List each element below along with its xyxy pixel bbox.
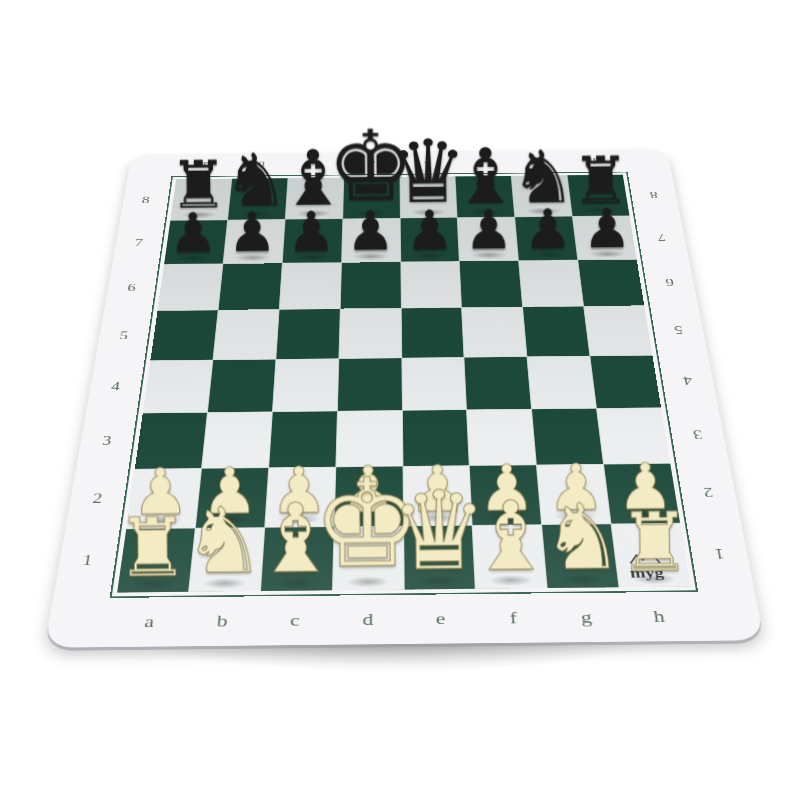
- square-b7[interactable]: ♟: [223, 220, 284, 264]
- piece-white-rook[interactable]: ♜: [116, 506, 190, 588]
- piece-white-rook[interactable]: ♜: [617, 501, 691, 583]
- file-label-rotated-f: f: [454, 151, 511, 174]
- piece-shadow: [544, 508, 607, 524]
- file-label-rotated-a: a: [177, 154, 235, 177]
- file-label-rotated-c: c: [288, 152, 344, 175]
- piece-shadow: [231, 209, 283, 220]
- square-h6[interactable]: [578, 260, 644, 306]
- square-a4[interactable]: [143, 360, 212, 413]
- square-f4[interactable]: [465, 357, 532, 410]
- file-label-g: g: [548, 593, 626, 643]
- square-b6[interactable]: [218, 263, 281, 310]
- piece-shadow: [264, 574, 329, 591]
- rank-label-rotated-6: 6: [642, 259, 698, 306]
- square-e8[interactable]: ♛: [400, 176, 457, 217]
- square-a2[interactable]: ♟: [126, 469, 201, 529]
- rank-label-rotated-8: 8: [628, 174, 680, 216]
- square-e6[interactable]: [401, 262, 462, 309]
- square-f1[interactable]: ♝: [473, 525, 547, 589]
- square-e1[interactable]: ♛: [404, 526, 475, 590]
- file-labels-top: abcdefgh: [177, 149, 623, 176]
- piece-white-pawn[interactable]: ♟: [408, 457, 466, 521]
- file-label-b: b: [183, 596, 260, 646]
- piece-shadow: [346, 208, 397, 219]
- piece-white-pawn[interactable]: ♟: [132, 460, 190, 524]
- file-label-d: d: [331, 595, 405, 645]
- square-a3[interactable]: [135, 413, 207, 469]
- square-b3[interactable]: [202, 412, 272, 468]
- square-g2[interactable]: ♟: [537, 464, 611, 524]
- piece-shadow: [460, 206, 512, 217]
- piece-white-knight[interactable]: ♞: [183, 495, 266, 587]
- file-label-rotated-g: g: [509, 150, 567, 173]
- square-c5[interactable]: [276, 309, 339, 358]
- piece-shadow: [580, 248, 634, 260]
- piece-shadow: [574, 205, 627, 216]
- square-d7[interactable]: ♟: [342, 218, 400, 262]
- rank-label-7: 7: [112, 221, 165, 265]
- square-g6[interactable]: [519, 260, 583, 306]
- square-c6[interactable]: [279, 263, 340, 310]
- square-g7[interactable]: ♟: [515, 217, 577, 261]
- file-label-rotated-h: h: [564, 149, 622, 172]
- file-label-rotated-e: e: [399, 151, 455, 174]
- rank-labels-left: 87654321: [54, 179, 171, 593]
- logo-text: myg: [629, 565, 665, 581]
- file-label-h: h: [619, 592, 699, 642]
- piece-shadow: [130, 513, 194, 529]
- piece-shadow: [344, 251, 397, 263]
- piece-shadow: [407, 510, 469, 526]
- square-d1[interactable]: ♚: [333, 526, 404, 590]
- board-frame: ♜♞♝♚♛♝♞♜♟♟♟♟♟♟♟♟♟♟♟♟♟♟♟♟♜♞♝♚♛♝♞♜myg: [110, 172, 699, 598]
- square-h3[interactable]: [597, 408, 670, 464]
- rank-label-2: 2: [65, 469, 128, 529]
- square-d2[interactable]: ♟: [334, 466, 402, 526]
- rank-label-6: 6: [104, 265, 159, 312]
- product-photo-background: 87654321 87654321 abcdefgh abcdefgh ♜♞♝♚…: [0, 0, 800, 800]
- piece-shadow: [288, 208, 340, 219]
- square-b4[interactable]: [208, 359, 275, 412]
- piece-shadow: [338, 510, 400, 526]
- piece-white-king[interactable]: ♚: [312, 463, 423, 586]
- square-g4[interactable]: [528, 356, 597, 408]
- square-c4[interactable]: [273, 359, 338, 412]
- piece-black-bishop[interactable]: ♝: [279, 140, 348, 217]
- piece-white-pawn[interactable]: ♟: [478, 456, 536, 520]
- piece-shadow: [407, 573, 471, 590]
- square-d5[interactable]: [339, 309, 401, 358]
- square-e2[interactable]: ♟: [403, 466, 472, 526]
- piece-shadow: [167, 253, 221, 265]
- piece-black-pawn[interactable]: ♟: [287, 205, 336, 260]
- square-a7[interactable]: ♟: [164, 220, 227, 264]
- piece-shadow: [475, 509, 538, 525]
- square-f3[interactable]: [467, 409, 536, 465]
- file-label-a: a: [109, 597, 188, 647]
- square-c2[interactable]: ♟: [265, 467, 335, 527]
- rank-label-rotated-2: 2: [677, 463, 741, 523]
- square-d6[interactable]: [340, 262, 400, 309]
- square-e4[interactable]: [402, 357, 467, 410]
- piece-black-pawn[interactable]: ♟: [169, 206, 218, 261]
- square-b8[interactable]: ♞: [228, 178, 287, 220]
- piece-white-knight[interactable]: ♞: [541, 492, 624, 584]
- piece-shadow: [403, 250, 456, 262]
- piece-shadow: [285, 251, 338, 263]
- square-g1[interactable]: ♞: [542, 524, 618, 588]
- square-d8[interactable]: ♚: [343, 177, 400, 218]
- square-b1[interactable]: ♞: [189, 528, 264, 592]
- piece-shadow: [613, 508, 677, 524]
- rank-label-5: 5: [95, 311, 152, 361]
- piece-shadow: [621, 570, 687, 587]
- piece-black-pawn[interactable]: ♟: [523, 203, 572, 258]
- square-e5[interactable]: [401, 308, 464, 357]
- board-logo: myg: [619, 548, 674, 581]
- piece-shadow: [517, 206, 569, 217]
- rank-label-4: 4: [86, 360, 145, 413]
- square-b5[interactable]: [213, 310, 278, 359]
- piece-white-pawn[interactable]: ♟: [201, 459, 259, 523]
- square-a5[interactable]: [150, 311, 217, 360]
- rank-label-3: 3: [76, 413, 137, 470]
- piece-shadow: [121, 576, 187, 593]
- piece-shadow: [403, 207, 454, 218]
- piece-shadow: [192, 575, 257, 592]
- piece-black-pawn[interactable]: ♟: [405, 204, 454, 259]
- file-labels-bottom: abcdefgh: [109, 592, 699, 647]
- square-e3[interactable]: [402, 410, 469, 466]
- square-c7[interactable]: ♟: [282, 219, 342, 263]
- file-label-c: c: [257, 596, 332, 646]
- square-c1[interactable]: ♝: [261, 527, 334, 591]
- square-g3[interactable]: [532, 408, 603, 464]
- piece-white-pawn[interactable]: ♟: [616, 455, 674, 519]
- piece-shadow: [226, 252, 280, 264]
- square-f8[interactable]: ♝: [456, 176, 515, 217]
- logo-crown-sketch-icon: [625, 548, 664, 564]
- piece-white-pawn[interactable]: ♟: [339, 458, 397, 522]
- rank-label-rotated-4: 4: [658, 354, 718, 407]
- rollup-chess-mat: 87654321 87654321 abcdefgh abcdefgh ♜♞♝♚…: [44, 149, 764, 648]
- square-h8[interactable]: ♜: [568, 175, 630, 216]
- rank-label-rotated-3: 3: [667, 407, 729, 463]
- rank-label-rotated-5: 5: [650, 305, 708, 355]
- piece-shadow: [462, 249, 515, 261]
- piece-shadow: [336, 573, 400, 590]
- chess-board-3d: 87654321 87654321 abcdefgh abcdefgh ♜♞♝♚…: [44, 149, 764, 648]
- square-h7[interactable]: ♟: [573, 216, 637, 260]
- piece-black-pawn[interactable]: ♟: [228, 206, 277, 261]
- piece-white-pawn[interactable]: ♟: [547, 456, 605, 520]
- square-h1[interactable]: ♜myg: [612, 523, 691, 587]
- square-f5[interactable]: [462, 307, 526, 356]
- rank-label-1: 1: [54, 529, 120, 594]
- square-g8[interactable]: ♞: [512, 175, 572, 216]
- square-d3[interactable]: [336, 410, 402, 466]
- rank-label-rotated-7: 7: [635, 215, 689, 259]
- square-a8[interactable]: ♜: [170, 179, 231, 221]
- square-h4[interactable]: [590, 355, 661, 407]
- piece-white-queen[interactable]: ♛: [390, 476, 488, 586]
- piece-shadow: [521, 249, 575, 261]
- file-label-f: f: [476, 593, 552, 643]
- piece-white-pawn[interactable]: ♟: [270, 459, 328, 523]
- square-f7[interactable]: ♟: [458, 217, 518, 261]
- file-label-rotated-b: b: [232, 153, 289, 176]
- square-c3[interactable]: [269, 411, 337, 467]
- piece-white-bishop[interactable]: ♝: [253, 491, 339, 587]
- piece-black-pawn[interactable]: ♟: [582, 202, 631, 257]
- square-h5[interactable]: [584, 306, 652, 355]
- chess-mat-wrapper: 87654321 87654321 abcdefgh abcdefgh ♜♞♝♚…: [36, 0, 765, 648]
- square-f6[interactable]: [460, 261, 522, 307]
- square-f2[interactable]: ♟: [470, 465, 541, 525]
- rank-label-8: 8: [120, 179, 171, 221]
- piece-shadow: [173, 209, 225, 220]
- piece-shadow: [550, 571, 616, 588]
- piece-shadow: [268, 511, 330, 527]
- square-a6[interactable]: [158, 264, 223, 311]
- rank-label-rotated-1: 1: [687, 522, 754, 586]
- file-label-e: e: [404, 594, 478, 644]
- piece-shadow: [199, 512, 262, 528]
- square-c8[interactable]: ♝: [285, 178, 343, 219]
- piece-white-bishop[interactable]: ♝: [468, 489, 554, 585]
- rank-labels-right: 87654321: [628, 174, 754, 586]
- square-g5[interactable]: [523, 307, 589, 356]
- piece-black-bishop[interactable]: ♝: [451, 138, 520, 215]
- square-h2[interactable]: ♟: [604, 464, 680, 524]
- square-b2[interactable]: ♟: [196, 468, 268, 528]
- square-e7[interactable]: ♟: [400, 218, 459, 262]
- file-label-rotated-d: d: [344, 152, 400, 175]
- piece-black-pawn[interactable]: ♟: [464, 203, 513, 258]
- piece-shadow: [479, 572, 544, 589]
- piece-black-pawn[interactable]: ♟: [346, 204, 395, 259]
- square-d4[interactable]: [338, 358, 402, 411]
- board-grid: ♜♞♝♚♛♝♞♜♟♟♟♟♟♟♟♟♟♟♟♟♟♟♟♟♜♞♝♚♛♝♞♜myg: [117, 175, 690, 593]
- square-a1[interactable]: ♜: [117, 528, 194, 592]
